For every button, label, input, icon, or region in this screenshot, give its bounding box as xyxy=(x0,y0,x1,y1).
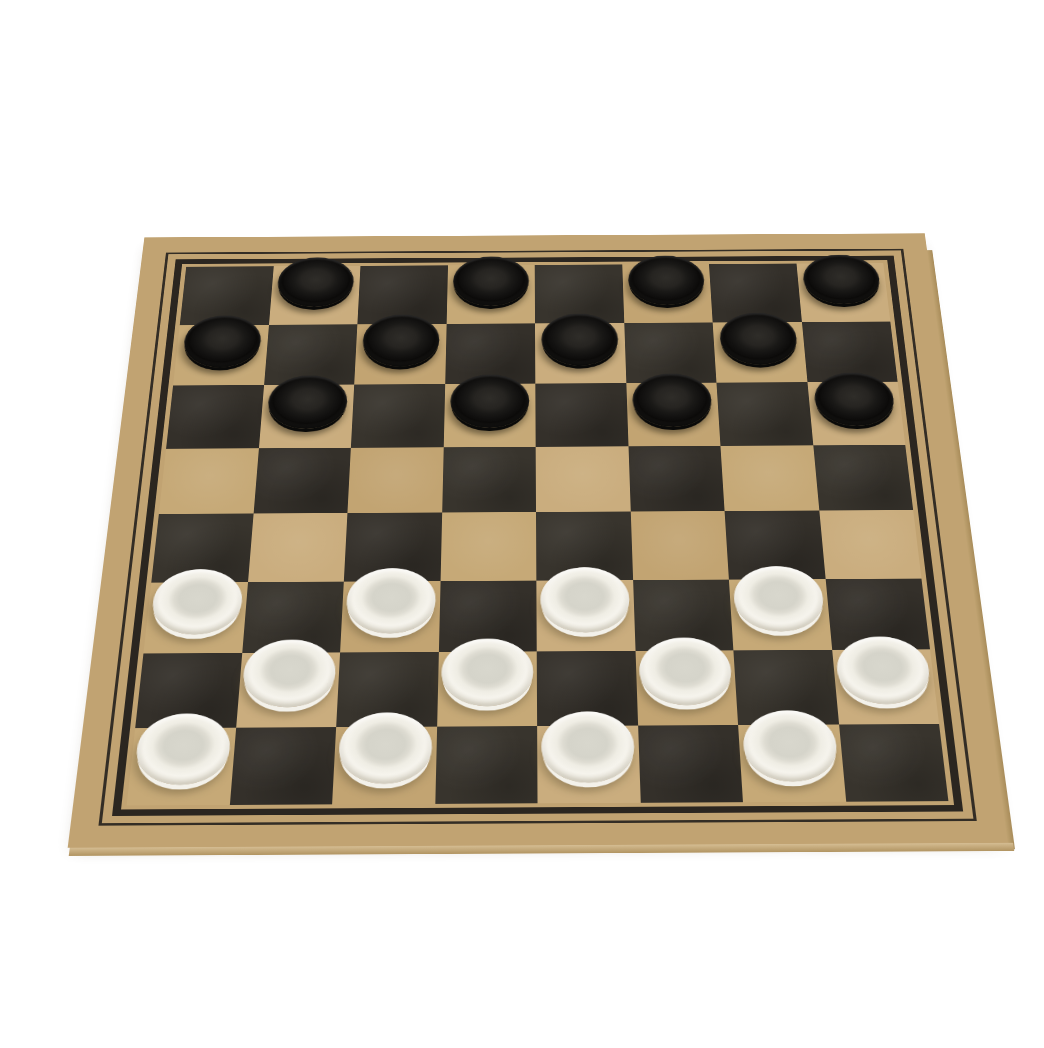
square-r4c7[interactable] xyxy=(720,445,818,511)
square-r8c8[interactable] xyxy=(839,724,949,802)
checker-white[interactable] xyxy=(540,567,630,632)
square-r4c2[interactable] xyxy=(253,447,351,513)
square-r8c1[interactable] xyxy=(127,727,236,805)
square-r1c6[interactable] xyxy=(622,264,713,323)
square-r2c7[interactable] xyxy=(713,322,807,383)
square-r3c5[interactable] xyxy=(535,383,628,446)
square-r8c7[interactable] xyxy=(738,724,846,802)
checker-white[interactable] xyxy=(337,713,433,784)
square-r3c2[interactable] xyxy=(258,385,354,448)
square-r5c4[interactable] xyxy=(440,512,536,581)
checker-black[interactable] xyxy=(450,374,529,428)
square-r2c5[interactable] xyxy=(535,323,626,384)
square-r3c1[interactable] xyxy=(166,385,264,448)
checker-black[interactable] xyxy=(453,256,529,306)
square-r4c8[interactable] xyxy=(813,445,913,511)
square-r8c4[interactable] xyxy=(435,726,538,804)
square-r1c2[interactable] xyxy=(269,266,361,325)
square-r6c5[interactable] xyxy=(536,580,635,652)
checker-white[interactable] xyxy=(345,568,437,633)
square-r1c8[interactable] xyxy=(796,263,890,322)
square-r6c1[interactable] xyxy=(143,582,247,654)
square-r7c6[interactable] xyxy=(635,650,738,725)
checker-white[interactable] xyxy=(541,712,635,783)
board-grid xyxy=(127,263,949,805)
square-r5c8[interactable] xyxy=(819,510,922,579)
square-r8c6[interactable] xyxy=(638,725,743,803)
checker-black[interactable] xyxy=(541,314,619,366)
square-r7c8[interactable] xyxy=(832,649,939,724)
square-r5c6[interactable] xyxy=(630,511,729,580)
square-r3c6[interactable] xyxy=(626,383,721,446)
square-r4c3[interactable] xyxy=(347,447,443,513)
square-r3c7[interactable] xyxy=(716,382,812,445)
checker-black[interactable] xyxy=(628,255,706,305)
square-r3c3[interactable] xyxy=(351,384,445,447)
square-r3c8[interactable] xyxy=(807,382,905,445)
square-r3c4[interactable] xyxy=(443,384,535,447)
square-r4c6[interactable] xyxy=(628,446,725,512)
square-r7c2[interactable] xyxy=(236,652,340,727)
square-r8c2[interactable] xyxy=(229,727,336,805)
square-r4c4[interactable] xyxy=(442,447,536,513)
square-r6c3[interactable] xyxy=(340,581,440,653)
square-r4c1[interactable] xyxy=(159,448,259,514)
checker-black[interactable] xyxy=(632,373,713,427)
checker-white[interactable] xyxy=(441,638,533,706)
square-r2c1[interactable] xyxy=(173,325,269,386)
square-r2c3[interactable] xyxy=(354,324,446,385)
square-r7c4[interactable] xyxy=(437,651,537,726)
checkers-board xyxy=(68,233,1008,847)
square-r8c3[interactable] xyxy=(332,726,437,804)
square-r8c5[interactable] xyxy=(537,725,640,803)
product-photo xyxy=(0,0,1044,1048)
square-r1c4[interactable] xyxy=(446,265,535,324)
checker-black[interactable] xyxy=(361,315,440,367)
square-r5c2[interactable] xyxy=(248,513,348,582)
square-r4c5[interactable] xyxy=(536,446,631,512)
square-r6c7[interactable] xyxy=(729,579,832,651)
